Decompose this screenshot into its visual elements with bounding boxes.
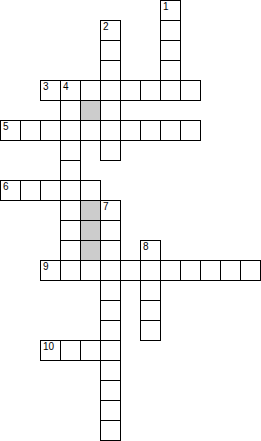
clue-number-8: 8 — [143, 241, 149, 252]
crossword-cell-r13c9[interactable] — [180, 260, 201, 281]
crossword-cell-r6c7[interactable] — [140, 120, 161, 141]
crossword-cell-r12c4-shaded[interactable] — [80, 240, 101, 261]
crossword-cell-r16c7[interactable] — [140, 320, 161, 341]
crossword-cell-r1c5[interactable]: 2 — [100, 20, 121, 41]
crossword-cell-r5c4-shaded[interactable] — [80, 100, 101, 121]
crossword-cell-r6c8[interactable] — [160, 120, 181, 141]
crossword-cell-r4c9[interactable] — [180, 80, 201, 101]
crossword-cell-r9c0[interactable]: 6 — [0, 180, 21, 201]
crossword-cell-r12c7[interactable]: 8 — [140, 240, 161, 261]
clue-number-6: 6 — [3, 181, 9, 192]
crossword-cell-r1c8[interactable] — [160, 20, 181, 41]
crossword-cell-r14c5[interactable] — [100, 280, 121, 301]
crossword-cell-r20c5[interactable] — [100, 400, 121, 421]
crossword-cell-r2c8[interactable] — [160, 40, 181, 61]
clue-number-9: 9 — [43, 261, 49, 272]
crossword-cell-r6c1[interactable] — [20, 120, 41, 141]
clue-number-7: 7 — [103, 201, 109, 212]
crossword-cell-r9c4[interactable] — [80, 180, 101, 201]
crossword-cell-r13c5[interactable] — [100, 260, 121, 281]
crossword-cell-r15c5[interactable] — [100, 300, 121, 321]
clue-number-1: 1 — [163, 1, 169, 12]
crossword-cell-r10c4-shaded[interactable] — [80, 200, 101, 221]
crossword-cell-r4c2[interactable]: 3 — [40, 80, 61, 101]
crossword-cell-r10c5[interactable]: 7 — [100, 200, 121, 221]
crossword-cell-r13c7[interactable] — [140, 260, 161, 281]
crossword-cell-r10c3[interactable] — [60, 200, 81, 221]
crossword-cell-r3c5[interactable] — [100, 60, 121, 81]
crossword-cell-r12c5[interactable] — [100, 240, 121, 261]
crossword-cell-r6c2[interactable] — [40, 120, 61, 141]
crossword-cell-r4c3[interactable]: 4 — [60, 80, 81, 101]
crossword-cell-r17c3[interactable] — [60, 340, 81, 361]
crossword-cell-r4c4[interactable] — [80, 80, 101, 101]
crossword-cell-r14c7[interactable] — [140, 280, 161, 301]
crossword-cell-r7c3[interactable] — [60, 140, 81, 161]
crossword-cell-r11c3[interactable] — [60, 220, 81, 241]
crossword-cell-r13c12[interactable] — [240, 260, 261, 281]
crossword-cell-r9c1[interactable] — [20, 180, 41, 201]
clue-number-2: 2 — [103, 21, 109, 32]
crossword-cell-r11c5[interactable] — [100, 220, 121, 241]
crossword-cell-r15c7[interactable] — [140, 300, 161, 321]
crossword-cell-r19c5[interactable] — [100, 380, 121, 401]
crossword-cell-r4c5[interactable] — [100, 80, 121, 101]
crossword-cell-r13c10[interactable] — [200, 260, 221, 281]
crossword-cell-r6c5[interactable] — [100, 120, 121, 141]
crossword-cell-r17c2[interactable]: 10 — [40, 340, 61, 361]
crossword-cell-r6c6[interactable] — [120, 120, 141, 141]
crossword-cell-r18c5[interactable] — [100, 360, 121, 381]
crossword-cell-r5c3[interactable] — [60, 100, 81, 121]
crossword-cell-r3c8[interactable] — [160, 60, 181, 81]
crossword-cell-r6c3[interactable] — [60, 120, 81, 141]
crossword-cell-r21c5[interactable] — [100, 420, 121, 441]
clue-number-5: 5 — [3, 121, 9, 132]
crossword-cell-r12c3[interactable] — [60, 240, 81, 261]
crossword-cell-r9c3[interactable] — [60, 180, 81, 201]
crossword-cell-r13c4[interactable] — [80, 260, 101, 281]
crossword-cell-r4c7[interactable] — [140, 80, 161, 101]
crossword-cell-r6c9[interactable] — [180, 120, 201, 141]
crossword-cell-r11c4-shaded[interactable] — [80, 220, 101, 241]
crossword-cell-r17c5[interactable] — [100, 340, 121, 361]
crossword-cell-r13c6[interactable] — [120, 260, 141, 281]
crossword-cell-r13c3[interactable] — [60, 260, 81, 281]
clue-number-10: 10 — [43, 341, 54, 352]
crossword-cell-r4c6[interactable] — [120, 80, 141, 101]
crossword-board: 12345678910 — [0, 0, 261, 441]
crossword-cell-r13c8[interactable] — [160, 260, 181, 281]
crossword-cell-r4c8[interactable] — [160, 80, 181, 101]
crossword-cell-r6c0[interactable]: 5 — [0, 120, 21, 141]
crossword-cell-r16c5[interactable] — [100, 320, 121, 341]
crossword-cell-r13c2[interactable]: 9 — [40, 260, 61, 281]
crossword-cell-r0c8[interactable]: 1 — [160, 0, 181, 21]
crossword-cell-r5c5[interactable] — [100, 100, 121, 121]
clue-number-4: 4 — [63, 81, 69, 92]
crossword-cell-r6c4[interactable] — [80, 120, 101, 141]
crossword-cell-r7c5[interactable] — [100, 140, 121, 161]
crossword-cell-r17c4[interactable] — [80, 340, 101, 361]
crossword-cell-r2c5[interactable] — [100, 40, 121, 61]
crossword-cell-r9c2[interactable] — [40, 180, 61, 201]
crossword-cell-r13c11[interactable] — [220, 260, 241, 281]
crossword-cell-r8c3[interactable] — [60, 160, 81, 181]
clue-number-3: 3 — [43, 81, 49, 92]
